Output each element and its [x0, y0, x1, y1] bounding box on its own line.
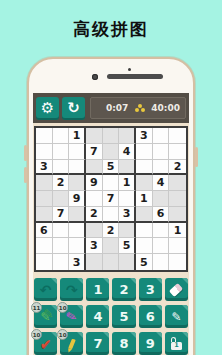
cell-r7c3[interactable]	[69, 223, 86, 239]
cell-r1c8[interactable]	[153, 128, 170, 144]
cell-r5c1[interactable]	[36, 191, 53, 207]
keypad: ↶ ↷ 1 2 3 11 ✎ 10 ✎ 4 5 6 ✎	[33, 278, 189, 355]
cell-r7c1[interactable]: 6	[36, 223, 53, 239]
cell-r7c2[interactable]	[53, 223, 70, 239]
cell-r5c6[interactable]	[119, 191, 136, 207]
cell-r4c4[interactable]: 9	[86, 175, 103, 191]
pencil-marks-button[interactable]: 11 ✎	[34, 305, 57, 328]
cell-r2c9[interactable]	[169, 144, 186, 160]
cell-r9c8[interactable]	[153, 254, 170, 270]
settings-button[interactable]: ⚙	[36, 97, 59, 120]
digit-4-button[interactable]: 4	[86, 305, 109, 328]
cell-r6c8[interactable]: 6	[153, 207, 170, 223]
cell-r1c9[interactable]	[169, 128, 186, 144]
digit-8-button[interactable]: 8	[112, 332, 135, 355]
cell-r2c8[interactable]	[153, 144, 170, 160]
cell-r6c5[interactable]	[103, 207, 120, 223]
cell-r2c7[interactable]	[136, 144, 153, 160]
cell-r8c5[interactable]	[103, 238, 120, 254]
redo-button[interactable]: ↷	[60, 278, 83, 301]
cell-r9c4[interactable]	[86, 254, 103, 270]
yellow-pen-icon	[68, 338, 76, 348]
cell-r9c2[interactable]	[53, 254, 70, 270]
digit-label: 8	[120, 336, 129, 351]
cell-r3c9[interactable]: 2	[169, 160, 186, 176]
cell-r8c9[interactable]	[169, 238, 186, 254]
pencil-button[interactable]: ✎	[165, 305, 188, 328]
gold-trefoil-icon	[134, 103, 145, 113]
timer-panel: 0:07 40:00	[90, 97, 186, 119]
sensor-dot	[128, 68, 131, 71]
eraser-button[interactable]	[165, 278, 188, 301]
cell-r4c6[interactable]: 1	[119, 175, 136, 191]
cell-r1c1[interactable]	[36, 128, 53, 144]
green-pencils-icon: ✎	[41, 310, 51, 324]
cell-r5c5[interactable]: 7	[103, 191, 120, 207]
digit-label: 3	[146, 282, 155, 297]
cell-r9c9[interactable]	[169, 254, 186, 270]
cell-r7c7[interactable]	[136, 223, 153, 239]
cell-r9c7[interactable]: 5	[136, 254, 153, 270]
toolbar: ⚙ ↻ 0:07 40:00	[33, 93, 189, 123]
cell-r5c7[interactable]: 1	[136, 191, 153, 207]
cell-r5c9[interactable]	[169, 191, 186, 207]
cell-r5c3[interactable]: 9	[69, 191, 86, 207]
cell-r7c6[interactable]	[119, 223, 136, 239]
cell-r9c1[interactable]	[36, 254, 53, 270]
pencil-icon: ✎	[171, 310, 181, 324]
digit-9-button[interactable]: 9	[139, 332, 162, 355]
cell-r1c5[interactable]	[103, 128, 120, 144]
cell-r3c2[interactable]	[53, 160, 70, 176]
cell-r8c1[interactable]	[36, 238, 53, 254]
cell-r8c8[interactable]	[153, 238, 170, 254]
game-screen: ⚙ ↻ 0:07 40:00 1374352291497172366213535…	[33, 93, 189, 355]
digit-label: 1	[93, 282, 102, 297]
cell-r3c4[interactable]	[86, 160, 103, 176]
cell-r6c6[interactable]: 3	[119, 207, 136, 223]
target-time: 40:00	[151, 103, 180, 113]
earpiece-speaker	[107, 74, 163, 79]
cell-r3c3[interactable]	[69, 160, 86, 176]
cell-r1c4[interactable]	[86, 128, 103, 144]
undo-button[interactable]: ↶	[34, 278, 57, 301]
cell-r3c7[interactable]	[136, 160, 153, 176]
cell-r2c1[interactable]	[36, 144, 53, 160]
yellow-pen-button[interactable]: 10	[60, 332, 83, 355]
cell-r6c7[interactable]	[136, 207, 153, 223]
cell-r2c5[interactable]	[103, 144, 120, 160]
cell-r4c2[interactable]: 2	[53, 175, 70, 191]
cell-r6c4[interactable]: 2	[86, 207, 103, 223]
cell-r3c8[interactable]	[153, 160, 170, 176]
digit-label: 6	[146, 309, 155, 324]
cell-r2c6[interactable]: 4	[119, 144, 136, 160]
cell-r8c2[interactable]	[53, 238, 70, 254]
cell-r3c1[interactable]: 3	[36, 160, 53, 176]
cell-r3c5[interactable]: 5	[103, 160, 120, 176]
cell-r7c8[interactable]	[153, 223, 170, 239]
digit-label: 7	[93, 336, 102, 351]
cell-r1c2[interactable]	[53, 128, 70, 144]
cell-r4c9[interactable]	[169, 175, 186, 191]
volume-up-button	[24, 145, 27, 161]
eraser-icon	[169, 283, 183, 297]
elapsed-time: 0:07	[106, 103, 128, 113]
front-camera	[92, 74, 98, 80]
cell-r4c5[interactable]	[103, 175, 120, 191]
page-title: 高级拼图	[0, 18, 222, 41]
cell-r8c7[interactable]	[136, 238, 153, 254]
cell-r3c6[interactable]	[119, 160, 136, 176]
cell-r7c5[interactable]: 2	[103, 223, 120, 239]
cell-r4c7[interactable]	[136, 175, 153, 191]
cell-r1c6[interactable]	[119, 128, 136, 144]
restart-timer-button[interactable]: ↻	[62, 97, 85, 120]
digit-7-button[interactable]: 7	[86, 332, 109, 355]
digit-1-button[interactable]: 1	[86, 278, 109, 301]
cell-r6c3[interactable]	[69, 207, 86, 223]
cell-r6c1[interactable]	[36, 207, 53, 223]
power-button	[195, 147, 198, 167]
red-checkmark-icon: ✔	[40, 336, 52, 352]
unlocked-padlock-icon: 1	[171, 342, 182, 350]
cell-r1c7[interactable]: 3	[136, 128, 153, 144]
digit-5-button[interactable]: 5	[112, 305, 135, 328]
lock-number-label: 1	[174, 342, 179, 349]
cell-r4c3[interactable]	[69, 175, 86, 191]
cell-r2c3[interactable]	[69, 144, 86, 160]
digit-3-button[interactable]: 3	[139, 278, 162, 301]
digit-label: 5	[120, 309, 129, 324]
digit-label: 4	[93, 309, 102, 324]
sudoku-board: 1374352291497172366213535	[34, 126, 188, 272]
yellow-pen-count-badge: 10	[57, 329, 68, 340]
phone-mockup: ⚙ ↻ 0:07 40:00 1374352291497172366213535…	[27, 57, 195, 355]
cell-r5c8[interactable]	[153, 191, 170, 207]
cell-r9c3[interactable]: 3	[69, 254, 86, 270]
gear-icon: ⚙	[41, 101, 54, 116]
cell-r2c2[interactable]	[53, 144, 70, 160]
digit-2-button[interactable]: 2	[112, 278, 135, 301]
digit-label: 9	[146, 336, 155, 351]
check-count-badge: 10	[31, 329, 42, 340]
cell-r5c4[interactable]	[86, 191, 103, 207]
cell-r8c4[interactable]: 3	[86, 238, 103, 254]
pink-pen-button[interactable]: 10 ✎	[60, 305, 83, 328]
pencil-marks-count-badge: 11	[31, 302, 42, 313]
cell-r9c5[interactable]	[103, 254, 120, 270]
cell-r1c3[interactable]: 1	[69, 128, 86, 144]
cell-r6c9[interactable]	[169, 207, 186, 223]
digit-label: 2	[120, 282, 129, 297]
digit-6-button[interactable]: 6	[139, 305, 162, 328]
cell-r4c8[interactable]: 4	[153, 175, 170, 191]
cell-r5c2[interactable]	[53, 191, 70, 207]
cell-r6c2[interactable]: 7	[53, 207, 70, 223]
restart-timer-icon: ↻	[67, 101, 80, 116]
cell-r4c1[interactable]	[36, 175, 53, 191]
cell-r8c6[interactable]: 5	[119, 238, 136, 254]
undo-arrow-icon: ↶	[40, 282, 52, 298]
lock-button[interactable]: 1	[165, 332, 188, 355]
cell-r8c3[interactable]	[69, 238, 86, 254]
volume-down-button	[24, 167, 27, 183]
cell-r9c6[interactable]	[119, 254, 136, 270]
cell-r7c9[interactable]: 1	[169, 223, 186, 239]
cell-r7c4[interactable]	[86, 223, 103, 239]
check-button[interactable]: 10 ✔	[34, 332, 57, 355]
cell-r2c4[interactable]: 7	[86, 144, 103, 160]
redo-arrow-icon: ↷	[66, 282, 78, 298]
